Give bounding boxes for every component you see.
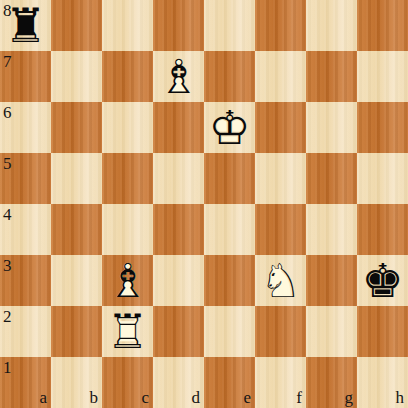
square-h5[interactable] bbox=[357, 153, 408, 204]
file-label-h: h bbox=[396, 389, 405, 406]
rank-label-5: 5 bbox=[3, 155, 12, 172]
square-f7[interactable] bbox=[255, 51, 306, 102]
rank-label-3: 3 bbox=[3, 257, 12, 274]
square-g1[interactable]: g bbox=[306, 357, 357, 408]
file-label-e: e bbox=[243, 389, 251, 406]
square-f6[interactable] bbox=[255, 102, 306, 153]
square-h1[interactable]: h bbox=[357, 357, 408, 408]
square-f5[interactable] bbox=[255, 153, 306, 204]
square-g5[interactable] bbox=[306, 153, 357, 204]
square-d4[interactable] bbox=[153, 204, 204, 255]
square-b8[interactable] bbox=[51, 0, 102, 51]
square-h4[interactable] bbox=[357, 204, 408, 255]
square-e1[interactable]: e bbox=[204, 357, 255, 408]
file-label-g: g bbox=[345, 389, 354, 406]
square-b1[interactable]: b bbox=[51, 357, 102, 408]
square-e2[interactable] bbox=[204, 306, 255, 357]
square-g8[interactable] bbox=[306, 0, 357, 51]
square-d6[interactable] bbox=[153, 102, 204, 153]
rank-label-2: 2 bbox=[3, 308, 12, 325]
rank-label-6: 6 bbox=[3, 104, 12, 121]
square-f1[interactable]: f bbox=[255, 357, 306, 408]
square-e6[interactable]: ♚♔ bbox=[204, 102, 255, 153]
square-f2[interactable] bbox=[255, 306, 306, 357]
square-a4[interactable]: 4 bbox=[0, 204, 51, 255]
square-c4[interactable] bbox=[102, 204, 153, 255]
piece-black-rook[interactable]: ♜ bbox=[0, 0, 51, 51]
piece-white-bishop[interactable]: ♝♗ bbox=[102, 255, 153, 306]
square-e4[interactable] bbox=[204, 204, 255, 255]
square-c6[interactable] bbox=[102, 102, 153, 153]
square-c8[interactable] bbox=[102, 0, 153, 51]
square-f4[interactable] bbox=[255, 204, 306, 255]
file-label-d: d bbox=[192, 389, 201, 406]
square-d5[interactable] bbox=[153, 153, 204, 204]
square-a7[interactable]: 7 bbox=[0, 51, 51, 102]
square-g3[interactable] bbox=[306, 255, 357, 306]
square-e5[interactable] bbox=[204, 153, 255, 204]
square-g2[interactable] bbox=[306, 306, 357, 357]
square-h2[interactable] bbox=[357, 306, 408, 357]
piece-white-rook[interactable]: ♜♖ bbox=[102, 306, 153, 357]
square-c5[interactable] bbox=[102, 153, 153, 204]
rank-label-1: 1 bbox=[3, 359, 12, 376]
white-rook-outline-icon: ♖ bbox=[102, 306, 153, 357]
square-b6[interactable] bbox=[51, 102, 102, 153]
square-b4[interactable] bbox=[51, 204, 102, 255]
square-a3[interactable]: 3 bbox=[0, 255, 51, 306]
square-e7[interactable] bbox=[204, 51, 255, 102]
file-label-c: c bbox=[141, 389, 149, 406]
square-h7[interactable] bbox=[357, 51, 408, 102]
black-rook-icon: ♜ bbox=[0, 0, 51, 51]
square-a5[interactable]: 5 bbox=[0, 153, 51, 204]
square-d7[interactable]: ♝♗ bbox=[153, 51, 204, 102]
file-label-a: a bbox=[39, 389, 47, 406]
file-label-b: b bbox=[90, 389, 99, 406]
square-a6[interactable]: 6 bbox=[0, 102, 51, 153]
chess-board-container: 8♜7♝♗6♚♔543♝♗♞♘♚2♜♖1abcdefgh bbox=[0, 0, 408, 408]
square-f3[interactable]: ♞♘ bbox=[255, 255, 306, 306]
piece-white-bishop[interactable]: ♝♗ bbox=[153, 51, 204, 102]
square-a2[interactable]: 2 bbox=[0, 306, 51, 357]
square-d3[interactable] bbox=[153, 255, 204, 306]
rank-label-7: 7 bbox=[3, 53, 12, 70]
square-b7[interactable] bbox=[51, 51, 102, 102]
square-c7[interactable] bbox=[102, 51, 153, 102]
piece-white-knight[interactable]: ♞♘ bbox=[255, 255, 306, 306]
piece-white-king[interactable]: ♚♔ bbox=[204, 102, 255, 153]
square-b2[interactable] bbox=[51, 306, 102, 357]
square-c2[interactable]: ♜♖ bbox=[102, 306, 153, 357]
white-knight-outline-icon: ♘ bbox=[255, 255, 306, 306]
square-g7[interactable] bbox=[306, 51, 357, 102]
square-b3[interactable] bbox=[51, 255, 102, 306]
square-b5[interactable] bbox=[51, 153, 102, 204]
square-d2[interactable] bbox=[153, 306, 204, 357]
square-h8[interactable] bbox=[357, 0, 408, 51]
piece-black-king[interactable]: ♚ bbox=[357, 255, 408, 306]
square-g6[interactable] bbox=[306, 102, 357, 153]
square-c1[interactable]: c bbox=[102, 357, 153, 408]
square-d1[interactable]: d bbox=[153, 357, 204, 408]
white-bishop-outline-icon: ♗ bbox=[153, 51, 204, 102]
black-king-icon: ♚ bbox=[357, 255, 408, 306]
square-a1[interactable]: 1a bbox=[0, 357, 51, 408]
square-e8[interactable] bbox=[204, 0, 255, 51]
square-d8[interactable] bbox=[153, 0, 204, 51]
square-f8[interactable] bbox=[255, 0, 306, 51]
square-h6[interactable] bbox=[357, 102, 408, 153]
white-bishop-outline-icon: ♗ bbox=[102, 255, 153, 306]
chess-board: 8♜7♝♗6♚♔543♝♗♞♘♚2♜♖1abcdefgh bbox=[0, 0, 408, 408]
square-h3[interactable]: ♚ bbox=[357, 255, 408, 306]
square-a8[interactable]: 8♜ bbox=[0, 0, 51, 51]
square-e3[interactable] bbox=[204, 255, 255, 306]
file-label-f: f bbox=[296, 389, 302, 406]
rank-label-4: 4 bbox=[3, 206, 12, 223]
white-king-outline-icon: ♔ bbox=[204, 102, 255, 153]
square-g4[interactable] bbox=[306, 204, 357, 255]
square-c3[interactable]: ♝♗ bbox=[102, 255, 153, 306]
